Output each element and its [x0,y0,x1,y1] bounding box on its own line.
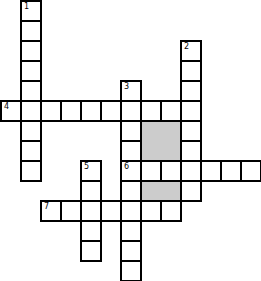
grid-cell-r9c6[interactable] [120,180,142,202]
grid-cell-r8c12[interactable] [240,160,261,182]
grid-cell-r4c9[interactable] [180,80,202,102]
grid-cell-r7c6[interactable] [120,140,142,162]
grid-cell-r12c4[interactable] [80,240,102,262]
blocked-cells-1 [140,120,182,162]
grid-cell-r5c2[interactable] [40,100,62,122]
grid-cell-r5c6[interactable] [120,100,142,122]
grid-cell-r4c6[interactable]: 3 [120,80,142,102]
grid-cell-r2c9[interactable]: 2 [180,40,202,62]
grid-cell-r6c9[interactable] [180,120,202,142]
grid-cell-r10c4[interactable] [80,200,102,222]
grid-cell-r5c8[interactable] [160,100,182,122]
clue-number-4: 4 [4,103,9,111]
grid-cell-r5c3[interactable] [60,100,82,122]
clue-number-2: 2 [184,43,189,51]
grid-cell-r13c6[interactable] [120,260,142,281]
grid-cell-r8c4[interactable]: 5 [80,160,102,182]
grid-cell-r5c0[interactable]: 4 [0,100,22,122]
grid-cell-r11c6[interactable] [120,220,142,242]
grid-cell-r10c7[interactable] [140,200,162,222]
grid-cell-r6c6[interactable] [120,120,142,142]
grid-cell-r6c1[interactable] [20,120,42,142]
grid-cell-r8c11[interactable] [220,160,242,182]
clue-number-7: 7 [44,203,49,211]
clue-number-6: 6 [124,163,129,171]
grid-cell-r0c1[interactable]: 1 [20,0,42,22]
grid-cell-r1c1[interactable] [20,20,42,42]
blocked-cells-2 [140,180,182,202]
grid-cell-r10c2[interactable]: 7 [40,200,62,222]
grid-cell-r8c8[interactable] [160,160,182,182]
grid-cell-r10c8[interactable] [160,200,182,222]
crossword-page: 1234567 [0,0,261,281]
grid-cell-r8c7[interactable] [140,160,162,182]
clue-number-3: 3 [124,83,129,91]
grid-cell-r8c10[interactable] [200,160,222,182]
clue-number-1: 1 [24,3,29,11]
grid-cell-r3c9[interactable] [180,60,202,82]
grid-cell-r5c5[interactable] [100,100,122,122]
grid-cell-r5c9[interactable] [180,100,202,122]
grid-cell-r4c1[interactable] [20,80,42,102]
grid-cell-r7c9[interactable] [180,140,202,162]
grid-cell-r9c4[interactable] [80,180,102,202]
grid-cell-r5c1[interactable] [20,100,42,122]
grid-cell-r5c7[interactable] [140,100,162,122]
grid-cell-r10c6[interactable] [120,200,142,222]
grid-cell-r9c9[interactable] [180,180,202,202]
grid-cell-r5c4[interactable] [80,100,102,122]
grid-cell-r8c1[interactable] [20,160,42,182]
grid-cell-r12c6[interactable] [120,240,142,262]
crossword-grid: 1234567 [0,0,261,281]
grid-cell-r10c5[interactable] [100,200,122,222]
clue-number-5: 5 [84,163,89,171]
grid-cell-r7c1[interactable] [20,140,42,162]
grid-cell-r3c1[interactable] [20,60,42,82]
grid-cell-r8c9[interactable] [180,160,202,182]
grid-cell-r11c4[interactable] [80,220,102,242]
grid-cell-r10c3[interactable] [60,200,82,222]
grid-cell-r8c6[interactable]: 6 [120,160,142,182]
grid-cell-r2c1[interactable] [20,40,42,62]
